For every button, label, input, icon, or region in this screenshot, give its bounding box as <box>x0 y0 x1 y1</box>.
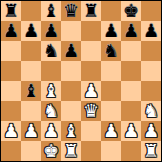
chess-board: ♜♝♛♜♚♟♟♟♟♟♟♞♟♞♝♝♟♞♛♞♟♟♟♝♟♟♟♚♜♜ <box>1 1 161 161</box>
white-pawn: ♟ <box>103 121 119 141</box>
square-g4[interactable] <box>121 81 141 101</box>
white-bishop: ♝ <box>43 81 59 101</box>
square-b4[interactable]: ♝ <box>21 81 41 101</box>
black-pawn: ♟ <box>63 41 79 61</box>
square-a7[interactable]: ♟ <box>1 21 21 41</box>
square-h8[interactable] <box>141 1 161 21</box>
square-a5[interactable] <box>1 61 21 81</box>
black-rook: ♜ <box>83 1 99 21</box>
square-f1[interactable] <box>101 141 121 161</box>
square-g6[interactable] <box>121 41 141 61</box>
square-e3[interactable]: ♛ <box>81 101 101 121</box>
square-d3[interactable] <box>61 101 81 121</box>
square-d7[interactable] <box>61 21 81 41</box>
square-f6[interactable]: ♞ <box>101 41 121 61</box>
square-e6[interactable] <box>81 41 101 61</box>
square-c7[interactable]: ♟ <box>41 21 61 41</box>
white-pawn: ♟ <box>23 121 39 141</box>
square-h4[interactable] <box>141 81 161 101</box>
square-g2[interactable]: ♟ <box>121 121 141 141</box>
square-d8[interactable]: ♛ <box>61 1 81 21</box>
square-f7[interactable]: ♟ <box>101 21 121 41</box>
square-a2[interactable]: ♟ <box>1 121 21 141</box>
white-pawn: ♟ <box>123 121 139 141</box>
black-bishop: ♝ <box>43 1 59 21</box>
white-king: ♚ <box>43 141 59 161</box>
black-king: ♚ <box>123 1 139 21</box>
square-d6[interactable]: ♟ <box>61 41 81 61</box>
white-pawn: ♟ <box>83 81 99 101</box>
square-h7[interactable]: ♟ <box>141 21 161 41</box>
square-h2[interactable]: ♟ <box>141 121 161 141</box>
square-a8[interactable]: ♜ <box>1 1 21 21</box>
square-b2[interactable]: ♟ <box>21 121 41 141</box>
white-knight: ♞ <box>143 101 159 121</box>
square-f8[interactable] <box>101 1 121 21</box>
white-pawn: ♟ <box>43 121 59 141</box>
square-d2[interactable]: ♝ <box>61 121 81 141</box>
black-pawn: ♟ <box>23 21 39 41</box>
white-pawn: ♟ <box>143 121 159 141</box>
square-b6[interactable] <box>21 41 41 61</box>
square-f4[interactable] <box>101 81 121 101</box>
square-a6[interactable] <box>1 41 21 61</box>
black-knight: ♞ <box>43 41 59 61</box>
black-queen: ♛ <box>63 1 79 21</box>
black-rook: ♜ <box>3 1 19 21</box>
square-a3[interactable] <box>1 101 21 121</box>
square-h5[interactable] <box>141 61 161 81</box>
square-d1[interactable]: ♜ <box>61 141 81 161</box>
square-h6[interactable] <box>141 41 161 61</box>
square-g3[interactable] <box>121 101 141 121</box>
square-f5[interactable] <box>101 61 121 81</box>
square-g1[interactable] <box>121 141 141 161</box>
square-b3[interactable] <box>21 101 41 121</box>
square-b7[interactable]: ♟ <box>21 21 41 41</box>
square-h3[interactable]: ♞ <box>141 101 161 121</box>
square-e5[interactable] <box>81 61 101 81</box>
black-pawn: ♟ <box>3 21 19 41</box>
square-e4[interactable]: ♟ <box>81 81 101 101</box>
square-a1[interactable] <box>1 141 21 161</box>
square-d5[interactable] <box>61 61 81 81</box>
square-f2[interactable]: ♟ <box>101 121 121 141</box>
black-pawn: ♟ <box>43 21 59 41</box>
square-c8[interactable]: ♝ <box>41 1 61 21</box>
square-e8[interactable]: ♜ <box>81 1 101 21</box>
white-bishop: ♝ <box>63 121 79 141</box>
square-h1[interactable]: ♜ <box>141 141 161 161</box>
black-pawn: ♟ <box>143 21 159 41</box>
square-e1[interactable] <box>81 141 101 161</box>
square-b8[interactable] <box>21 1 41 21</box>
white-queen: ♛ <box>83 101 99 121</box>
square-g7[interactable]: ♟ <box>121 21 141 41</box>
square-a4[interactable] <box>1 81 21 101</box>
white-knight: ♞ <box>43 101 59 121</box>
square-e2[interactable] <box>81 121 101 141</box>
chess-board-frame: ♜♝♛♜♚♟♟♟♟♟♟♞♟♞♝♝♟♞♛♞♟♟♟♝♟♟♟♚♜♜ <box>0 0 162 162</box>
black-knight: ♞ <box>103 41 119 61</box>
square-c3[interactable]: ♞ <box>41 101 61 121</box>
square-c4[interactable]: ♝ <box>41 81 61 101</box>
black-pawn: ♟ <box>103 21 119 41</box>
square-b5[interactable] <box>21 61 41 81</box>
white-pawn: ♟ <box>3 121 19 141</box>
square-e7[interactable] <box>81 21 101 41</box>
square-b1[interactable] <box>21 141 41 161</box>
square-c1[interactable]: ♚ <box>41 141 61 161</box>
square-c5[interactable] <box>41 61 61 81</box>
square-d4[interactable] <box>61 81 81 101</box>
square-g5[interactable] <box>121 61 141 81</box>
square-c6[interactable]: ♞ <box>41 41 61 61</box>
white-rook: ♜ <box>143 141 159 161</box>
black-bishop: ♝ <box>23 81 39 101</box>
black-pawn: ♟ <box>123 21 139 41</box>
square-g8[interactable]: ♚ <box>121 1 141 21</box>
white-rook: ♜ <box>63 141 79 161</box>
square-f3[interactable] <box>101 101 121 121</box>
square-c2[interactable]: ♟ <box>41 121 61 141</box>
